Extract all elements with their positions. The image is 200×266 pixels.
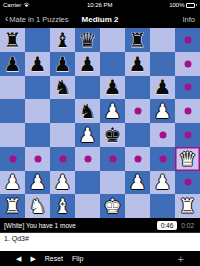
legal-move-dot	[84, 155, 91, 162]
square-g8[interactable]	[150, 28, 175, 52]
square-a1[interactable]: ♜	[0, 194, 25, 218]
square-f7[interactable]: ♟	[125, 52, 150, 76]
white-queen: ♛	[175, 147, 200, 171]
square-e6[interactable]: ♟	[100, 76, 125, 100]
previous-move-button[interactable]: ◀	[16, 255, 21, 263]
square-h6[interactable]	[175, 76, 200, 100]
square-e4[interactable]: ♚	[100, 123, 125, 147]
legal-move-dot	[159, 131, 166, 138]
black-rook: ♜	[125, 28, 150, 52]
square-b5[interactable]	[25, 99, 50, 123]
square-a5[interactable]	[0, 99, 25, 123]
clock-label: 10:26 PM	[87, 2, 113, 8]
legal-move-dot	[134, 108, 141, 115]
square-a2[interactable]: ♟	[0, 171, 25, 195]
back-button[interactable]: ‹ Mate in 1 Puzzles	[5, 15, 69, 24]
black-pawn: ♟	[50, 52, 75, 76]
square-d2[interactable]	[75, 171, 100, 195]
square-f4[interactable]	[125, 123, 150, 147]
square-b8[interactable]	[25, 28, 50, 52]
reset-button[interactable]: Reset	[45, 255, 63, 262]
square-f6[interactable]	[125, 76, 150, 100]
square-g3[interactable]	[150, 147, 175, 171]
legal-move-dot	[184, 60, 191, 67]
square-c5[interactable]	[50, 99, 75, 123]
add-icon[interactable]: +	[178, 254, 184, 264]
next-move-button[interactable]: ▶	[30, 255, 35, 263]
square-a7[interactable]: ♟	[0, 52, 25, 76]
white-knight: ♞	[25, 194, 50, 218]
white-pawn: ♟	[150, 171, 175, 195]
square-d1[interactable]	[75, 194, 100, 218]
square-d3[interactable]	[75, 147, 100, 171]
active-timer: 0:46	[157, 221, 178, 230]
square-e2[interactable]	[100, 171, 125, 195]
legal-move-dot	[184, 179, 191, 186]
black-pawn: ♟	[125, 52, 150, 76]
legal-move-dot	[109, 155, 116, 162]
square-h3[interactable]: ♛	[175, 147, 200, 171]
square-g4[interactable]	[150, 123, 175, 147]
back-button-label: Mate in 1 Puzzles	[9, 15, 68, 24]
white-rook: ♜	[175, 194, 200, 218]
square-b3[interactable]	[25, 147, 50, 171]
square-d5[interactable]: ♞	[75, 99, 100, 123]
legal-move-dot	[134, 155, 141, 162]
info-button[interactable]: Info	[182, 15, 195, 24]
square-d8[interactable]: ♛	[75, 28, 100, 52]
square-g2[interactable]: ♟	[150, 171, 175, 195]
square-d6[interactable]	[75, 76, 100, 100]
square-c1[interactable]: ♝	[50, 194, 75, 218]
legal-move-dot	[184, 108, 191, 115]
square-c2[interactable]: ♟	[50, 171, 75, 195]
square-c4[interactable]	[50, 123, 75, 147]
wifi-icon	[23, 2, 30, 8]
square-c8[interactable]: ♝	[50, 28, 75, 52]
square-e7[interactable]	[100, 52, 125, 76]
square-h4[interactable]	[175, 123, 200, 147]
square-g7[interactable]	[150, 52, 175, 76]
square-f1[interactable]	[125, 194, 150, 218]
square-b2[interactable]: ♟	[25, 171, 50, 195]
square-h7[interactable]	[175, 52, 200, 76]
nav-bar: ‹ Mate in 1 Puzzles Medium 2 Info	[0, 10, 200, 28]
square-e3[interactable]	[100, 147, 125, 171]
square-f3[interactable]	[125, 147, 150, 171]
square-e5[interactable]: ♟	[100, 99, 125, 123]
black-bishop: ♝	[50, 28, 75, 52]
square-a8[interactable]: ♜	[0, 28, 25, 52]
square-d4[interactable]: ♟	[75, 123, 100, 147]
status-bar: Carrier 10:26 PM 100%	[0, 0, 200, 10]
square-b1[interactable]: ♞	[25, 194, 50, 218]
flip-button[interactable]: Flip	[72, 255, 83, 262]
white-pawn: ♟	[50, 171, 75, 195]
battery-percent-label: 100%	[169, 2, 184, 8]
black-king: ♚	[100, 123, 125, 147]
black-pawn: ♟	[25, 52, 50, 76]
black-pawn: ♟	[75, 52, 100, 76]
white-pawn: ♟	[125, 171, 150, 195]
square-c6[interactable]: ♞	[50, 76, 75, 100]
black-knight: ♞	[75, 99, 100, 123]
square-f8[interactable]: ♜	[125, 28, 150, 52]
white-pawn: ♟	[25, 171, 50, 195]
square-f2[interactable]: ♟	[125, 171, 150, 195]
square-c3[interactable]	[50, 147, 75, 171]
black-knight: ♞	[50, 76, 75, 100]
legal-move-dot	[9, 155, 16, 162]
legal-move-dot	[159, 155, 166, 162]
legal-move-dot	[184, 36, 191, 43]
battery-icon	[186, 3, 197, 8]
square-a3[interactable]	[0, 147, 25, 171]
square-b4[interactable]	[25, 123, 50, 147]
square-h8[interactable]	[175, 28, 200, 52]
square-c7[interactable]: ♟	[50, 52, 75, 76]
square-a4[interactable]	[0, 123, 25, 147]
white-king: ♚	[100, 194, 125, 218]
square-d7[interactable]: ♟	[75, 52, 100, 76]
white-pawn: ♟	[100, 99, 125, 123]
square-b7[interactable]: ♟	[25, 52, 50, 76]
legal-move-dot	[34, 155, 41, 162]
carrier-label: Carrier	[3, 2, 21, 8]
legal-move-dot	[59, 155, 66, 162]
square-a6[interactable]	[0, 76, 25, 100]
chess-board: ♜♝♛♜♟♟♟♟♟♞♟♟♞♟♟♟♚♛♟♟♟♟♟♜♞♝♚♜	[0, 28, 200, 218]
legal-move-dot	[184, 131, 191, 138]
black-pawn: ♟	[0, 52, 25, 76]
white-pawn: ♟	[75, 123, 100, 147]
move-list: 1. Qd3#	[0, 232, 200, 251]
square-g1[interactable]	[150, 194, 175, 218]
black-queen: ♛	[75, 28, 100, 52]
square-g6[interactable]: ♟	[150, 76, 175, 100]
chevron-left-icon: ‹	[5, 15, 8, 22]
secondary-timer: 0:02	[181, 222, 194, 229]
black-rook: ♜	[0, 28, 25, 52]
turn-message: [White] You have 1 move	[4, 222, 153, 229]
square-h5[interactable]	[175, 99, 200, 123]
black-pawn: ♟	[150, 76, 175, 100]
white-pawn: ♟	[0, 171, 25, 195]
square-b6[interactable]	[25, 76, 50, 100]
square-f5[interactable]	[125, 99, 150, 123]
square-e8[interactable]	[100, 28, 125, 52]
black-pawn: ♟	[100, 76, 125, 100]
white-bishop: ♝	[50, 194, 75, 218]
white-pawn: ♟	[150, 99, 175, 123]
square-e1[interactable]: ♚	[100, 194, 125, 218]
legal-move-dot	[184, 84, 191, 91]
bottom-toolbar: ◀ ▶ Reset Flip +	[0, 251, 200, 266]
white-rook: ♜	[0, 194, 25, 218]
square-h1[interactable]: ♜	[175, 194, 200, 218]
info-bar: [White] You have 1 move 0:46 0:02	[0, 218, 200, 232]
square-h2[interactable]	[175, 171, 200, 195]
square-g5[interactable]: ♟	[150, 99, 175, 123]
